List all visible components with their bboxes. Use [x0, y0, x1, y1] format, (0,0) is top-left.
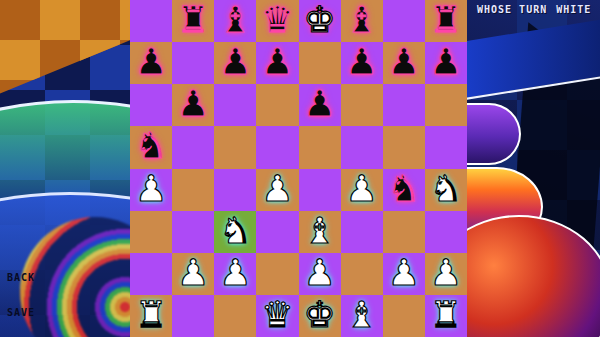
square-c1[interactable]	[214, 295, 256, 337]
piece-black-pawn: ♟	[261, 44, 293, 80]
square-f2[interactable]	[341, 253, 383, 295]
square-c2[interactable]: ♟	[214, 253, 256, 295]
square-a3[interactable]	[130, 211, 172, 253]
square-c8[interactable]: ♝	[214, 0, 256, 42]
menu-item-save[interactable]: SAVE	[7, 307, 49, 319]
square-a5[interactable]: ♞	[130, 126, 172, 168]
piece-black-pawn: ♟	[388, 44, 420, 80]
square-c7[interactable]: ♟	[214, 42, 256, 84]
square-h6[interactable]	[425, 84, 467, 126]
piece-black-queen: ♛	[261, 2, 293, 38]
piece-white-pawn: ♟	[261, 171, 293, 207]
square-g1[interactable]	[383, 295, 425, 337]
square-a8[interactable]	[130, 0, 172, 42]
square-e3[interactable]: ♝	[299, 211, 341, 253]
piece-white-bishop: ♝	[346, 297, 378, 333]
square-d3[interactable]	[256, 211, 298, 253]
square-f1[interactable]: ♝	[341, 295, 383, 337]
square-h7[interactable]: ♟	[425, 42, 467, 84]
background-art-right: WHOSE TURNWHITE	[467, 0, 600, 337]
piece-black-knight: ♞	[135, 128, 167, 164]
square-g2[interactable]: ♟	[383, 253, 425, 295]
menu-item-back[interactable]: BACK	[7, 272, 49, 284]
turn-value: WHITE	[556, 4, 591, 15]
square-a4[interactable]: ♟	[130, 169, 172, 211]
square-c4[interactable]	[214, 169, 256, 211]
square-c6[interactable]	[214, 84, 256, 126]
piece-black-pawn: ♟	[135, 44, 167, 80]
piece-black-rook: ♜	[430, 2, 462, 38]
square-f5[interactable]	[341, 126, 383, 168]
piece-black-king: ♚	[303, 2, 335, 38]
square-d2[interactable]	[256, 253, 298, 295]
square-a6[interactable]	[130, 84, 172, 126]
piece-white-pawn: ♟	[177, 255, 209, 291]
square-b1[interactable]	[172, 295, 214, 337]
square-f6[interactable]	[341, 84, 383, 126]
square-f3[interactable]	[341, 211, 383, 253]
square-h5[interactable]	[425, 126, 467, 168]
square-e5[interactable]	[299, 126, 341, 168]
piece-black-pawn: ♟	[303, 86, 335, 122]
piece-black-knight: ♞	[388, 171, 420, 207]
turn-caption: WHOSE TURN	[477, 4, 547, 15]
square-c5[interactable]	[214, 126, 256, 168]
square-f7[interactable]: ♟	[341, 42, 383, 84]
square-b2[interactable]: ♟	[172, 253, 214, 295]
square-g6[interactable]	[383, 84, 425, 126]
square-e2[interactable]: ♟	[299, 253, 341, 295]
piece-white-pawn: ♟	[303, 255, 335, 291]
square-h3[interactable]	[425, 211, 467, 253]
square-g5[interactable]	[383, 126, 425, 168]
side-menu: BACK SAVE Q SAVE Q LOAD PREFS	[7, 249, 49, 337]
square-b7[interactable]	[172, 42, 214, 84]
square-c3[interactable]: ♞	[214, 211, 256, 253]
background-art-left: BACK SAVE Q SAVE Q LOAD PREFS	[0, 0, 130, 337]
square-g8[interactable]	[383, 0, 425, 42]
square-d4[interactable]: ♟	[256, 169, 298, 211]
piece-white-king: ♚	[303, 297, 335, 333]
square-b5[interactable]	[172, 126, 214, 168]
square-h1[interactable]: ♜	[425, 295, 467, 337]
piece-white-knight: ♞	[219, 213, 251, 249]
square-e4[interactable]	[299, 169, 341, 211]
square-a2[interactable]	[130, 253, 172, 295]
piece-white-pawn: ♟	[135, 171, 167, 207]
square-g4[interactable]: ♞	[383, 169, 425, 211]
piece-white-rook: ♜	[135, 297, 167, 333]
square-d1[interactable]: ♛	[256, 295, 298, 337]
square-f8[interactable]: ♝	[341, 0, 383, 42]
square-g7[interactable]: ♟	[383, 42, 425, 84]
piece-white-pawn: ♟	[388, 255, 420, 291]
piece-white-queen: ♛	[261, 297, 293, 333]
piece-white-pawn: ♟	[430, 255, 462, 291]
square-d8[interactable]: ♛	[256, 0, 298, 42]
square-a7[interactable]: ♟	[130, 42, 172, 84]
piece-black-bishop: ♝	[346, 2, 378, 38]
piece-black-rook: ♜	[177, 2, 209, 38]
square-a1[interactable]: ♜	[130, 295, 172, 337]
piece-white-rook: ♜	[430, 297, 462, 333]
square-d6[interactable]	[256, 84, 298, 126]
square-e8[interactable]: ♚	[299, 0, 341, 42]
square-g3[interactable]	[383, 211, 425, 253]
game-screen: BACK SAVE Q SAVE Q LOAD PREFS ♜♝♛♚♝♜♟♟♟♟…	[0, 0, 600, 337]
square-e6[interactable]: ♟	[299, 84, 341, 126]
piece-black-pawn: ♟	[346, 44, 378, 80]
piece-white-pawn: ♟	[219, 255, 251, 291]
piece-black-bishop: ♝	[219, 2, 251, 38]
square-h2[interactable]: ♟	[425, 253, 467, 295]
chess-board: ♜♝♛♚♝♜♟♟♟♟♟♟♟♟♞♟♟♟♞♞♞♝♟♟♟♟♟♜♛♚♝♜	[130, 0, 467, 337]
piece-white-bishop: ♝	[303, 213, 335, 249]
square-b3[interactable]	[172, 211, 214, 253]
piece-black-pawn: ♟	[219, 44, 251, 80]
square-e7[interactable]	[299, 42, 341, 84]
square-d7[interactable]: ♟	[256, 42, 298, 84]
square-b8[interactable]: ♜	[172, 0, 214, 42]
piece-black-pawn: ♟	[430, 44, 462, 80]
piece-black-pawn: ♟	[177, 86, 209, 122]
square-b4[interactable]	[172, 169, 214, 211]
square-e1[interactable]: ♚	[299, 295, 341, 337]
square-b6[interactable]: ♟	[172, 84, 214, 126]
square-h8[interactable]: ♜	[425, 0, 467, 42]
square-h4[interactable]: ♞	[425, 169, 467, 211]
turn-indicator: WHOSE TURNWHITE	[477, 4, 591, 15]
piece-white-pawn: ♟	[346, 171, 378, 207]
square-d5[interactable]	[256, 126, 298, 168]
square-f4[interactable]: ♟	[341, 169, 383, 211]
piece-white-knight: ♞	[430, 171, 462, 207]
